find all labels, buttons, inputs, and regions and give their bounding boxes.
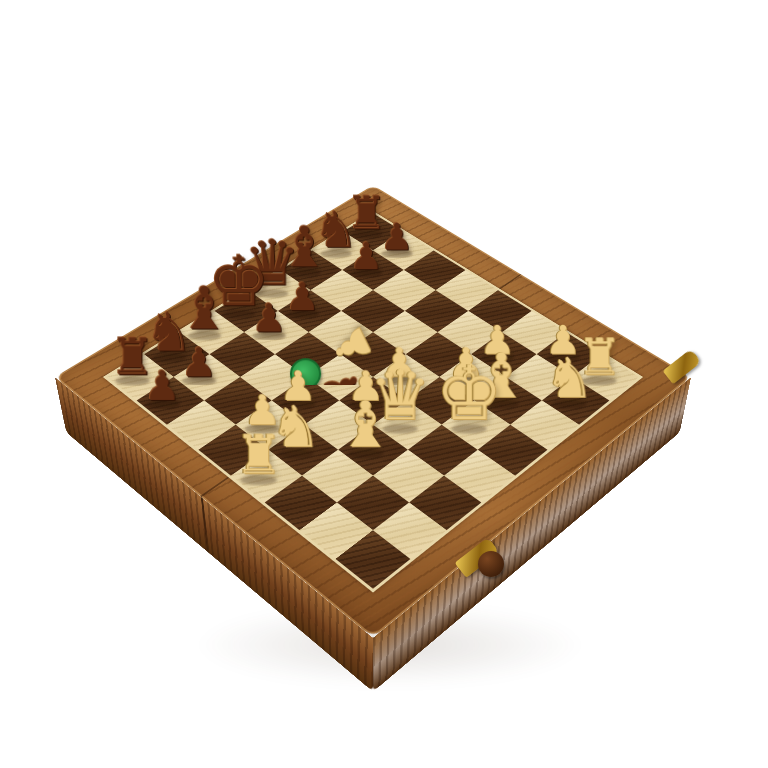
fold-seam-icon [201, 497, 210, 554]
latch-knob-icon [478, 551, 504, 577]
black-pawn-glyph-icon: ♟ [333, 237, 400, 274]
white-bishop-glyph-icon: ♝ [328, 392, 404, 455]
board-scene: ♜♟♟♜♞♟♟♞♝♟♝♛♟♟♟♚♚♟♟♟♛♝♟♝♞♟♟♞♜♟♜ [55, 185, 691, 638]
square-h7[interactable]: ♟ [137, 377, 205, 425]
square-b1[interactable]: ♞ [542, 377, 610, 425]
white-king-glyph-icon: ♚ [432, 355, 507, 430]
black-pawn-glyph-icon: ♟ [234, 298, 304, 337]
chess-board: ♜♟♟♜♞♟♟♞♝♟♝♛♟♟♟♚♚♟♟♟♛♝♟♝♞♟♟♞♜♟♜ [55, 185, 691, 638]
white-rook-glyph-icon: ♜ [220, 428, 297, 482]
square-f3[interactable]: ♝ [338, 425, 408, 476]
product-photo-stage: ♜♟♟♜♞♟♟♞♝♟♝♛♟♟♟♚♚♟♟♟♛♝♟♝♞♟♟♞♜♟♜ [0, 0, 768, 768]
black-pawn-glyph-icon: ♟ [126, 365, 199, 406]
white-knight-glyph-icon: ♞ [532, 350, 605, 405]
board-border: ♜♟♟♜♞♟♟♞♝♟♝♛♟♟♟♚♚♟♟♟♛♝♟♝♞♟♟♞♜♟♜ [103, 211, 643, 593]
